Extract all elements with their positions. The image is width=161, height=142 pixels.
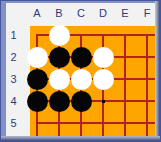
row-label-4: 4 — [6, 90, 21, 112]
board-point-C5[interactable] — [70, 112, 92, 134]
board-point-C1[interactable] — [70, 24, 92, 46]
row-label-1: 1 — [6, 24, 21, 46]
board-point-C2[interactable] — [70, 46, 92, 68]
white-stone-D3 — [93, 69, 114, 90]
board-point-B2[interactable] — [48, 46, 70, 68]
white-stone-A2 — [27, 47, 48, 68]
board-point-C3[interactable] — [70, 68, 92, 90]
white-stone-B1 — [49, 25, 70, 46]
board-point-D5[interactable] — [92, 112, 114, 134]
column-label-C: C — [70, 3, 92, 23]
board-point-A5[interactable] — [26, 112, 48, 134]
board-point-A3[interactable] — [26, 68, 48, 90]
board-point-D3[interactable] — [92, 68, 114, 90]
column-labels: ABCDEF — [26, 3, 158, 23]
row-label-5: 5 — [6, 112, 21, 134]
board-point-D4[interactable] — [92, 90, 114, 112]
column-label-E: E — [114, 3, 136, 23]
board-point-B5[interactable] — [48, 112, 70, 134]
black-stone-C4 — [71, 91, 92, 112]
white-stone-D2 — [93, 47, 114, 68]
row-label-2: 2 — [6, 46, 21, 68]
black-stone-C2 — [71, 47, 92, 68]
board-point-A4[interactable] — [26, 90, 48, 112]
board-point-E1[interactable] — [114, 24, 136, 46]
black-stone-B2 — [49, 47, 70, 68]
board-point-E4[interactable] — [114, 90, 136, 112]
frame-shadow-right — [155, 1, 160, 141]
white-stone-B3 — [49, 69, 70, 90]
board-grid — [26, 24, 158, 134]
board-point-E5[interactable] — [114, 112, 136, 134]
black-stone-B4 — [49, 91, 70, 112]
column-label-B: B — [48, 3, 70, 23]
board-point-D2[interactable] — [92, 46, 114, 68]
board-point-A1[interactable] — [26, 24, 48, 46]
column-label-A: A — [26, 3, 48, 23]
frame-shadow-bottom — [1, 136, 160, 141]
row-labels: 12345 — [6, 24, 21, 134]
white-stone-C3 — [71, 69, 92, 90]
row-label-3: 3 — [6, 68, 21, 90]
board-point-E2[interactable] — [114, 46, 136, 68]
board-point-C4[interactable] — [70, 90, 92, 112]
board-point-B1[interactable] — [48, 24, 70, 46]
board-point-D1[interactable] — [92, 24, 114, 46]
board-point-B4[interactable] — [48, 90, 70, 112]
board-point-B3[interactable] — [48, 68, 70, 90]
black-stone-A4 — [27, 91, 48, 112]
black-stone-A3 — [27, 69, 48, 90]
column-label-D: D — [92, 3, 114, 23]
go-board-window: ABCDEF 12345 — [0, 0, 161, 142]
board-point-A2[interactable] — [26, 46, 48, 68]
board-point-E3[interactable] — [114, 68, 136, 90]
star-point-D4 — [102, 100, 105, 103]
